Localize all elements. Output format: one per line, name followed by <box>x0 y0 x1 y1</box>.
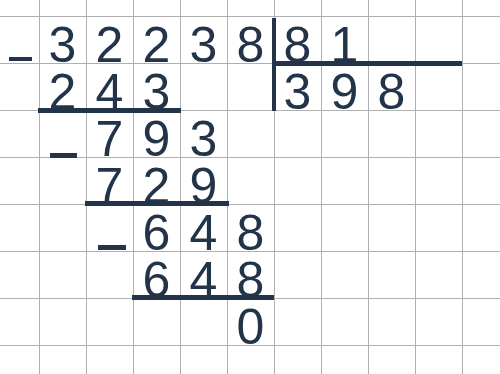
dividend-digit: 2 <box>86 20 133 67</box>
remainder1-digit: 3 <box>180 114 227 161</box>
quotient-digit: 3 <box>274 67 321 114</box>
remainder1-digit: 9 <box>133 114 180 161</box>
quotient-digit: 9 <box>321 67 368 114</box>
dividend-digit: 3 <box>180 20 227 67</box>
dividend-digit: 3 <box>39 20 86 67</box>
remainder2-digit: 6 <box>133 208 180 255</box>
subtraction-line-3 <box>132 295 274 300</box>
subtraction-line-1 <box>38 108 181 113</box>
remainder1-digit: 7 <box>86 114 133 161</box>
final-remainder-digit: 0 <box>227 302 274 349</box>
subtraction-line-2 <box>85 201 229 206</box>
product1-digit: 4 <box>86 67 133 114</box>
remainder2-digit: 4 <box>180 208 227 255</box>
divisor-digit: 8 <box>274 20 321 67</box>
minus-sign-dividend <box>9 57 32 61</box>
minus-sign-step2 <box>50 153 77 158</box>
divisor-underline <box>274 61 462 66</box>
remainder2-digit: 8 <box>227 208 274 255</box>
dividend-digit: 2 <box>133 20 180 67</box>
dividend-digit: 8 <box>227 20 274 67</box>
squared-paper: 3 2 2 3 8 8 1 2 4 3 3 9 8 7 9 3 7 2 9 6 … <box>0 0 500 374</box>
product1-digit: 2 <box>39 67 86 114</box>
divisor-digit: 1 <box>321 20 368 67</box>
minus-sign-step3 <box>98 245 126 250</box>
quotient-digit: 8 <box>368 67 415 114</box>
product1-digit: 3 <box>133 67 180 114</box>
